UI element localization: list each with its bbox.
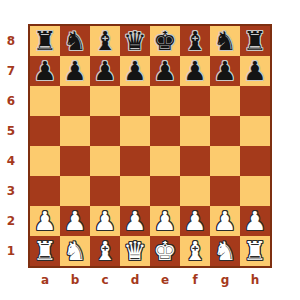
square-f7[interactable]: ♟ <box>180 56 210 86</box>
file-label-e: e <box>150 271 180 289</box>
square-a7[interactable]: ♟ <box>30 56 60 86</box>
square-c6[interactable] <box>90 86 120 116</box>
square-g8[interactable]: ♞ <box>210 26 240 56</box>
piece-white-pawn: ♟ <box>123 206 146 236</box>
square-d8[interactable]: ♛ <box>120 26 150 56</box>
square-d7[interactable]: ♟ <box>120 56 150 86</box>
file-label-c: c <box>90 271 120 289</box>
piece-white-bishop: ♝ <box>93 236 116 266</box>
square-c4[interactable] <box>90 146 120 176</box>
piece-white-pawn: ♟ <box>243 206 266 236</box>
piece-black-bishop: ♝ <box>183 26 206 56</box>
piece-black-pawn: ♟ <box>243 56 266 86</box>
square-f2[interactable]: ♟ <box>180 206 210 236</box>
piece-white-pawn: ♟ <box>213 206 236 236</box>
piece-white-pawn: ♟ <box>93 206 116 236</box>
square-g2[interactable]: ♟ <box>210 206 240 236</box>
piece-black-pawn: ♟ <box>93 56 116 86</box>
square-b3[interactable] <box>60 176 90 206</box>
square-h6[interactable] <box>240 86 270 116</box>
chess-diagram: 87654321 ♜♞♝♛♚♝♞♜♟♟♟♟♟♟♟♟♟♟♟♟♟♟♟♟♜♞♝♛♚♝♞… <box>0 0 300 300</box>
square-h2[interactable]: ♟ <box>240 206 270 236</box>
piece-white-rook: ♜ <box>243 236 266 266</box>
piece-black-pawn: ♟ <box>123 56 146 86</box>
rank-label-3: 3 <box>0 176 22 206</box>
square-a8[interactable]: ♜ <box>30 26 60 56</box>
square-g6[interactable] <box>210 86 240 116</box>
piece-white-bishop: ♝ <box>183 236 206 266</box>
square-b1[interactable]: ♞ <box>60 236 90 266</box>
square-a3[interactable] <box>30 176 60 206</box>
square-f6[interactable] <box>180 86 210 116</box>
square-a5[interactable] <box>30 116 60 146</box>
square-h5[interactable] <box>240 116 270 146</box>
square-c8[interactable]: ♝ <box>90 26 120 56</box>
square-c1[interactable]: ♝ <box>90 236 120 266</box>
piece-black-pawn: ♟ <box>183 56 206 86</box>
file-label-d: d <box>120 271 150 289</box>
square-b2[interactable]: ♟ <box>60 206 90 236</box>
piece-black-bishop: ♝ <box>93 26 116 56</box>
piece-white-queen: ♛ <box>123 236 146 266</box>
file-labels: abcdefgh <box>30 271 270 289</box>
piece-white-knight: ♞ <box>63 236 86 266</box>
square-e5[interactable] <box>150 116 180 146</box>
square-a1[interactable]: ♜ <box>30 236 60 266</box>
square-h8[interactable]: ♜ <box>240 26 270 56</box>
square-e3[interactable] <box>150 176 180 206</box>
square-d1[interactable]: ♛ <box>120 236 150 266</box>
rank-label-2: 2 <box>0 206 22 236</box>
square-b7[interactable]: ♟ <box>60 56 90 86</box>
piece-white-pawn: ♟ <box>33 206 56 236</box>
piece-black-pawn: ♟ <box>153 56 176 86</box>
square-e1[interactable]: ♚ <box>150 236 180 266</box>
square-h3[interactable] <box>240 176 270 206</box>
square-h7[interactable]: ♟ <box>240 56 270 86</box>
square-a4[interactable] <box>30 146 60 176</box>
rank-label-7: 7 <box>0 56 22 86</box>
piece-white-pawn: ♟ <box>183 206 206 236</box>
square-f1[interactable]: ♝ <box>180 236 210 266</box>
piece-black-pawn: ♟ <box>213 56 236 86</box>
square-b4[interactable] <box>60 146 90 176</box>
piece-white-knight: ♞ <box>213 236 236 266</box>
square-b5[interactable] <box>60 116 90 146</box>
square-d3[interactable] <box>120 176 150 206</box>
piece-black-king: ♚ <box>153 26 176 56</box>
square-g1[interactable]: ♞ <box>210 236 240 266</box>
square-f8[interactable]: ♝ <box>180 26 210 56</box>
square-d5[interactable] <box>120 116 150 146</box>
square-e7[interactable]: ♟ <box>150 56 180 86</box>
square-a2[interactable]: ♟ <box>30 206 60 236</box>
square-f5[interactable] <box>180 116 210 146</box>
square-d4[interactable] <box>120 146 150 176</box>
piece-black-knight: ♞ <box>213 26 236 56</box>
square-e8[interactable]: ♚ <box>150 26 180 56</box>
square-d2[interactable]: ♟ <box>120 206 150 236</box>
piece-black-queen: ♛ <box>123 26 146 56</box>
piece-white-king: ♚ <box>153 236 176 266</box>
square-h1[interactable]: ♜ <box>240 236 270 266</box>
chess-board: ♜♞♝♛♚♝♞♜♟♟♟♟♟♟♟♟♟♟♟♟♟♟♟♟♜♞♝♛♚♝♞♜ <box>28 24 272 268</box>
square-c5[interactable] <box>90 116 120 146</box>
rank-label-1: 1 <box>0 236 22 266</box>
square-e6[interactable] <box>150 86 180 116</box>
rank-labels: 87654321 <box>0 26 22 266</box>
square-g7[interactable]: ♟ <box>210 56 240 86</box>
rank-label-8: 8 <box>0 26 22 56</box>
square-g4[interactable] <box>210 146 240 176</box>
square-e4[interactable] <box>150 146 180 176</box>
rank-label-6: 6 <box>0 86 22 116</box>
square-b8[interactable]: ♞ <box>60 26 90 56</box>
rank-label-4: 4 <box>0 146 22 176</box>
square-d6[interactable] <box>120 86 150 116</box>
piece-black-pawn: ♟ <box>63 56 86 86</box>
piece-black-pawn: ♟ <box>33 56 56 86</box>
file-label-h: h <box>240 271 270 289</box>
square-b6[interactable] <box>60 86 90 116</box>
file-label-b: b <box>60 271 90 289</box>
square-a6[interactable] <box>30 86 60 116</box>
square-c7[interactable]: ♟ <box>90 56 120 86</box>
square-g3[interactable] <box>210 176 240 206</box>
file-label-a: a <box>30 271 60 289</box>
square-c3[interactable] <box>90 176 120 206</box>
piece-black-knight: ♞ <box>63 26 86 56</box>
rank-label-5: 5 <box>0 116 22 146</box>
piece-white-pawn: ♟ <box>63 206 86 236</box>
square-g5[interactable] <box>210 116 240 146</box>
square-c2[interactable]: ♟ <box>90 206 120 236</box>
square-h4[interactable] <box>240 146 270 176</box>
piece-black-rook: ♜ <box>33 26 56 56</box>
piece-white-rook: ♜ <box>33 236 56 266</box>
file-label-f: f <box>180 271 210 289</box>
piece-white-pawn: ♟ <box>153 206 176 236</box>
square-f4[interactable] <box>180 146 210 176</box>
square-f3[interactable] <box>180 176 210 206</box>
piece-black-rook: ♜ <box>243 26 266 56</box>
square-e2[interactable]: ♟ <box>150 206 180 236</box>
file-label-g: g <box>210 271 240 289</box>
